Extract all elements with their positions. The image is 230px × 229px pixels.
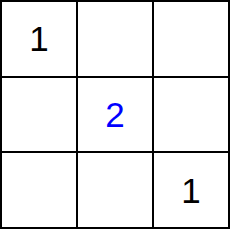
puzzle-board: 1 2 1 (0, 0, 230, 229)
cell-r0c0[interactable]: 1 (2, 2, 76, 76)
cell-r2c0[interactable] (2, 153, 76, 227)
cell-r1c0[interactable] (2, 78, 76, 152)
cell-r1c2[interactable] (154, 78, 228, 152)
cell-r2c1[interactable] (78, 153, 152, 227)
cell-r2c2[interactable]: 1 (154, 153, 228, 227)
cell-r1c1[interactable]: 2 (78, 78, 152, 152)
cell-r0c1[interactable] (78, 2, 152, 76)
cell-r0c2[interactable] (154, 2, 228, 76)
